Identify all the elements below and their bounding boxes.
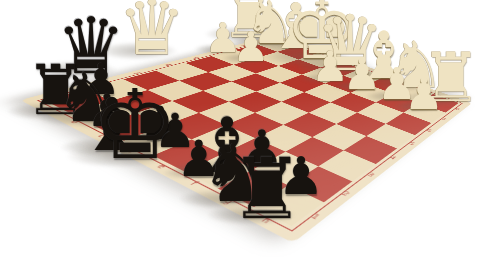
rank-label-right-6: 6	[422, 127, 436, 134]
rank-label-right-5: 5	[405, 140, 420, 147]
rank-label-right-8: 8	[451, 106, 463, 111]
rank-label-right-2: 2	[336, 189, 355, 199]
black-queen-shadow	[35, 61, 117, 80]
rank-label-right-7: 7	[437, 116, 450, 122]
rank-label-right-4: 4	[385, 154, 401, 162]
rank-label-right-1: 1	[305, 211, 325, 223]
white-queen-offboard: ♛	[118, 0, 186, 66]
chess-set-photo: aa88bb77cc66dd55ee44ff33gg22hh11 ♜♞♝♟♛♚♟…	[0, 0, 500, 257]
chess-board: aa88bb77cc66dd55ee44ff33gg22hh11	[20, 35, 472, 243]
white-queen-shadow	[98, 42, 178, 60]
rank-label-right-3: 3	[362, 170, 379, 179]
file-label-bottom-a: a	[40, 105, 59, 112]
black-queen-offboard: ♛	[56, 7, 126, 85]
